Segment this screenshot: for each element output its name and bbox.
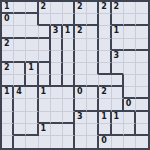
region-clue: 3 bbox=[112, 51, 123, 61]
region-clue: 4 bbox=[14, 87, 25, 97]
cell-r6c1[interactable]: 2 bbox=[2, 63, 14, 75]
cell-r2c6[interactable] bbox=[63, 14, 75, 26]
cell-r11c6[interactable] bbox=[63, 124, 75, 136]
cell-r4c9[interactable] bbox=[99, 39, 111, 51]
cell-r10c7[interactable]: 3 bbox=[75, 112, 87, 124]
cell-r5c5[interactable] bbox=[51, 51, 63, 63]
cell-r3c12[interactable] bbox=[136, 26, 148, 38]
cell-r9c9[interactable] bbox=[99, 99, 111, 111]
cell-r8c8[interactable] bbox=[87, 87, 99, 99]
region-clue: 0 bbox=[75, 87, 86, 97]
cell-r8c5[interactable] bbox=[51, 87, 63, 99]
cell-r1c2[interactable] bbox=[14, 2, 26, 14]
cell-r3c5[interactable]: 3 bbox=[51, 26, 63, 38]
cell-r7c9[interactable] bbox=[99, 75, 111, 87]
cell-r7c6[interactable] bbox=[63, 75, 75, 87]
cell-r1c1[interactable]: 1 bbox=[2, 2, 14, 14]
cell-r9c10[interactable] bbox=[112, 99, 124, 111]
cell-r10c10[interactable]: 1 bbox=[112, 112, 124, 124]
cell-r6c10[interactable] bbox=[112, 63, 124, 75]
cell-r10c5[interactable] bbox=[51, 112, 63, 124]
region-clue: 1 bbox=[26, 63, 36, 73]
cell-r5c7[interactable] bbox=[75, 51, 87, 63]
cell-r12c7[interactable] bbox=[75, 136, 87, 148]
cell-r5c4[interactable] bbox=[39, 51, 51, 63]
cell-r4c2[interactable] bbox=[14, 39, 26, 51]
cell-r2c10[interactable] bbox=[112, 14, 124, 26]
cell-r5c2[interactable] bbox=[14, 51, 26, 63]
cell-r8c9[interactable]: 2 bbox=[99, 87, 111, 99]
region-clue: 1 bbox=[99, 112, 109, 122]
cell-r11c5[interactable] bbox=[51, 124, 63, 136]
cell-r12c5[interactable] bbox=[51, 136, 63, 148]
cell-r10c3[interactable] bbox=[26, 112, 38, 124]
cell-r1c4[interactable]: 2 bbox=[39, 2, 51, 14]
cell-r9c8[interactable] bbox=[87, 99, 99, 111]
cell-r3c11[interactable] bbox=[124, 26, 136, 38]
cell-r9c5[interactable] bbox=[51, 99, 63, 111]
cell-r9c4[interactable] bbox=[39, 99, 51, 111]
cell-r5c1[interactable] bbox=[2, 51, 14, 63]
region-clue: 2 bbox=[112, 2, 123, 12]
cell-r9c6[interactable] bbox=[63, 99, 75, 111]
region-clue: 2 bbox=[75, 2, 86, 12]
region-clue: 1 bbox=[39, 124, 50, 134]
cell-r11c11[interactable] bbox=[124, 124, 136, 136]
cell-r6c9[interactable] bbox=[99, 63, 111, 75]
cell-r9c12[interactable] bbox=[136, 99, 148, 111]
region-clue: 1 bbox=[63, 26, 73, 36]
cell-r10c8[interactable] bbox=[87, 112, 99, 124]
region-clue: 3 bbox=[75, 112, 86, 122]
cell-r2c1[interactable]: 0 bbox=[2, 14, 14, 26]
cell-r9c2[interactable] bbox=[14, 99, 26, 111]
cell-r8c11[interactable] bbox=[124, 87, 136, 99]
cell-r12c3[interactable] bbox=[26, 136, 38, 148]
cell-r12c9[interactable]: 0 bbox=[99, 136, 111, 148]
cell-r4c7[interactable] bbox=[75, 39, 87, 51]
cell-r1c6[interactable] bbox=[63, 2, 75, 14]
cell-r6c11[interactable] bbox=[124, 63, 136, 75]
region-clue: 1 bbox=[39, 87, 50, 97]
cell-r10c6[interactable] bbox=[63, 112, 75, 124]
cell-r8c7[interactable]: 0 bbox=[75, 87, 87, 99]
cell-r11c10[interactable] bbox=[112, 124, 124, 136]
cell-r2c2[interactable] bbox=[14, 14, 26, 26]
cell-r11c2[interactable] bbox=[14, 124, 26, 136]
cell-r3c4[interactable] bbox=[39, 26, 51, 38]
cell-r11c4[interactable]: 1 bbox=[39, 124, 51, 136]
cell-r4c11[interactable] bbox=[124, 39, 136, 51]
cell-r11c7[interactable] bbox=[75, 124, 87, 136]
cell-r10c11[interactable] bbox=[124, 112, 136, 124]
cell-r5c12[interactable] bbox=[136, 51, 148, 63]
cell-r2c11[interactable] bbox=[124, 14, 136, 26]
cell-r4c5[interactable] bbox=[51, 39, 63, 51]
region-clue: 3 bbox=[51, 26, 61, 36]
cell-r12c11[interactable] bbox=[124, 136, 136, 148]
cell-r10c4[interactable] bbox=[39, 112, 51, 124]
region-clue: 2 bbox=[99, 87, 110, 97]
cell-r11c12[interactable] bbox=[136, 124, 148, 136]
cell-r1c9[interactable]: 2 bbox=[99, 2, 111, 14]
cell-r5c3[interactable] bbox=[26, 51, 38, 63]
cell-r3c1[interactable] bbox=[2, 26, 14, 38]
cell-r1c10[interactable]: 2 bbox=[112, 2, 124, 14]
cell-r10c2[interactable] bbox=[14, 112, 26, 124]
cell-r5c8[interactable] bbox=[87, 51, 99, 63]
cell-r3c9[interactable] bbox=[99, 26, 111, 38]
cell-r4c3[interactable] bbox=[26, 39, 38, 51]
cell-r6c5[interactable] bbox=[51, 63, 63, 75]
cell-r7c10[interactable] bbox=[112, 75, 124, 87]
region-clue: 2 bbox=[75, 26, 86, 36]
cell-r7c12[interactable] bbox=[136, 75, 148, 87]
cell-r9c11[interactable]: 0 bbox=[124, 99, 136, 111]
cell-r7c4[interactable] bbox=[39, 75, 51, 87]
region-clue: 0 bbox=[99, 136, 110, 146]
region-clue: 2 bbox=[39, 2, 50, 12]
cell-r4c12[interactable] bbox=[136, 39, 148, 51]
cell-r1c8[interactable] bbox=[87, 2, 99, 14]
cell-r3c7[interactable]: 2 bbox=[75, 26, 87, 38]
cell-r3c2[interactable] bbox=[14, 26, 26, 38]
cell-r9c3[interactable] bbox=[26, 99, 38, 111]
cell-r12c10[interactable] bbox=[112, 136, 124, 148]
region-clue: 0 bbox=[2, 14, 13, 24]
cell-r11c8[interactable] bbox=[87, 124, 99, 136]
cell-r8c12[interactable] bbox=[136, 87, 148, 99]
cell-r7c5[interactable] bbox=[51, 75, 63, 87]
cell-r8c6[interactable] bbox=[63, 87, 75, 99]
cell-r6c8[interactable] bbox=[87, 63, 99, 75]
cell-r2c9[interactable] bbox=[99, 14, 111, 26]
cell-r3c3[interactable] bbox=[26, 26, 38, 38]
cell-r6c12[interactable] bbox=[136, 63, 148, 75]
region-clue: 2 bbox=[2, 63, 13, 73]
cell-r11c3[interactable] bbox=[26, 124, 38, 136]
cell-r12c6[interactable] bbox=[63, 136, 75, 148]
cell-r10c12[interactable] bbox=[136, 112, 148, 124]
cell-r12c4[interactable] bbox=[39, 136, 51, 148]
cell-r9c7[interactable] bbox=[75, 99, 87, 111]
cell-r2c5[interactable] bbox=[51, 14, 63, 26]
cell-r1c5[interactable] bbox=[51, 2, 63, 14]
cell-r12c12[interactable] bbox=[136, 136, 148, 148]
cell-r3c6[interactable]: 1 bbox=[63, 26, 75, 38]
region-clue: 1 bbox=[2, 87, 12, 97]
cell-r12c1[interactable] bbox=[2, 136, 14, 148]
cell-r4c1[interactable]: 2 bbox=[2, 39, 14, 51]
cell-r7c8[interactable] bbox=[87, 75, 99, 87]
cell-r8c3[interactable] bbox=[26, 87, 38, 99]
cell-r1c12[interactable] bbox=[136, 2, 148, 14]
cell-r4c10[interactable] bbox=[112, 39, 124, 51]
cell-r7c11[interactable] bbox=[124, 75, 136, 87]
cell-r7c3[interactable] bbox=[26, 75, 38, 87]
cell-r5c9[interactable] bbox=[99, 51, 111, 63]
cell-r12c8[interactable] bbox=[87, 136, 99, 148]
region-clue: 0 bbox=[124, 99, 135, 109]
cell-r8c1[interactable]: 1 bbox=[2, 87, 14, 99]
cell-r6c3[interactable]: 1 bbox=[26, 63, 38, 75]
cell-r12c2[interactable] bbox=[14, 136, 26, 148]
cell-r6c2[interactable] bbox=[14, 63, 26, 75]
cell-r7c1[interactable] bbox=[2, 75, 14, 87]
cell-r8c4[interactable]: 1 bbox=[39, 87, 51, 99]
cell-r11c9[interactable] bbox=[99, 124, 111, 136]
cell-r10c9[interactable]: 1 bbox=[99, 112, 111, 124]
cell-r2c12[interactable] bbox=[136, 14, 148, 26]
cell-r9c1[interactable] bbox=[2, 99, 14, 111]
cell-r6c4[interactable] bbox=[39, 63, 51, 75]
cell-r4c6[interactable] bbox=[63, 39, 75, 51]
cell-r1c7[interactable]: 2 bbox=[75, 2, 87, 14]
cell-r3c8[interactable] bbox=[87, 26, 99, 38]
region-clue: 2 bbox=[99, 2, 109, 12]
cell-r2c7[interactable] bbox=[75, 14, 87, 26]
cell-r1c11[interactable] bbox=[124, 2, 136, 14]
cell-r2c3[interactable] bbox=[26, 14, 38, 26]
cell-r5c11[interactable] bbox=[124, 51, 136, 63]
cell-r4c4[interactable] bbox=[39, 39, 51, 51]
puzzle-board: 1222203121232114102031110 bbox=[0, 0, 150, 150]
cell-r2c4[interactable] bbox=[39, 14, 51, 26]
cell-r11c1[interactable] bbox=[2, 124, 14, 136]
cell-r2c8[interactable] bbox=[87, 14, 99, 26]
region-clue: 2 bbox=[2, 39, 13, 49]
cell-r1c3[interactable] bbox=[26, 2, 38, 14]
cell-r7c2[interactable] bbox=[14, 75, 26, 87]
cell-r3c10[interactable]: 1 bbox=[112, 26, 124, 38]
cell-r6c6[interactable] bbox=[63, 63, 75, 75]
cell-r4c8[interactable] bbox=[87, 39, 99, 51]
cell-r5c6[interactable] bbox=[63, 51, 75, 63]
cell-r7c7[interactable] bbox=[75, 75, 87, 87]
region-clue: 1 bbox=[2, 2, 13, 12]
cell-r10c1[interactable] bbox=[2, 112, 14, 124]
cell-r8c10[interactable] bbox=[112, 87, 124, 99]
cell-r6c7[interactable] bbox=[75, 63, 87, 75]
cell-r5c10[interactable]: 3 bbox=[112, 51, 124, 63]
cell-r8c2[interactable]: 4 bbox=[14, 87, 26, 99]
region-clue: 1 bbox=[112, 112, 123, 122]
region-clue: 1 bbox=[112, 26, 123, 36]
